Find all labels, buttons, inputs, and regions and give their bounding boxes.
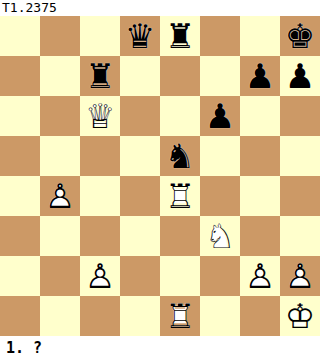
- square-b6[interactable]: [40, 96, 80, 136]
- square-a3[interactable]: [0, 216, 40, 256]
- piece-white-rook: ♖: [160, 176, 200, 216]
- white-pawn-fill: ♟: [80, 256, 120, 296]
- square-b2[interactable]: [40, 256, 80, 296]
- square-e6[interactable]: [160, 96, 200, 136]
- square-a8[interactable]: [0, 16, 40, 56]
- piece-black-king: ♚: [280, 16, 320, 56]
- square-e5[interactable]: ♞: [160, 136, 200, 176]
- square-d2[interactable]: [120, 256, 160, 296]
- square-g5[interactable]: [240, 136, 280, 176]
- white-pawn-fill: ♟: [280, 256, 320, 296]
- piece-white-queen: ♕: [80, 96, 120, 136]
- move-prompt: 1. ?: [0, 336, 320, 360]
- white-king-fill: ♚: [280, 296, 320, 336]
- square-d7[interactable]: [120, 56, 160, 96]
- square-h7[interactable]: ♟: [280, 56, 320, 96]
- square-b5[interactable]: [40, 136, 80, 176]
- piece-white-pawn: ♙: [240, 256, 280, 296]
- piece-black-rook: ♜: [160, 16, 200, 56]
- square-h6[interactable]: [280, 96, 320, 136]
- puzzle-id: T1.2375: [0, 0, 320, 16]
- square-g6[interactable]: [240, 96, 280, 136]
- square-c1[interactable]: [80, 296, 120, 336]
- square-e7[interactable]: [160, 56, 200, 96]
- white-pawn-fill: ♟: [40, 176, 80, 216]
- white-rook-fill: ♜: [160, 296, 200, 336]
- square-f3[interactable]: ♞♘: [200, 216, 240, 256]
- square-h5[interactable]: [280, 136, 320, 176]
- piece-black-pawn: ♟: [280, 56, 320, 96]
- piece-white-pawn: ♙: [40, 176, 80, 216]
- square-f8[interactable]: [200, 16, 240, 56]
- square-d8[interactable]: ♛: [120, 16, 160, 56]
- square-e2[interactable]: [160, 256, 200, 296]
- square-g4[interactable]: [240, 176, 280, 216]
- square-c5[interactable]: [80, 136, 120, 176]
- square-d4[interactable]: [120, 176, 160, 216]
- square-c8[interactable]: [80, 16, 120, 56]
- square-g8[interactable]: [240, 16, 280, 56]
- square-g2[interactable]: ♟♙: [240, 256, 280, 296]
- square-a2[interactable]: [0, 256, 40, 296]
- square-e3[interactable]: [160, 216, 200, 256]
- square-c7[interactable]: ♜: [80, 56, 120, 96]
- square-a1[interactable]: [0, 296, 40, 336]
- square-b4[interactable]: ♟♙: [40, 176, 80, 216]
- square-f4[interactable]: [200, 176, 240, 216]
- square-h3[interactable]: [280, 216, 320, 256]
- chess-board: ♛♜♚♜♟♟♛♕♟♞♟♙♜♖♞♘♟♙♟♙♟♙♜♖♚♔: [0, 16, 320, 336]
- square-e1[interactable]: ♜♖: [160, 296, 200, 336]
- square-e4[interactable]: ♜♖: [160, 176, 200, 216]
- square-f6[interactable]: ♟: [200, 96, 240, 136]
- white-rook-fill: ♜: [160, 176, 200, 216]
- square-f1[interactable]: [200, 296, 240, 336]
- piece-black-knight: ♞: [160, 136, 200, 176]
- white-knight-fill: ♞: [200, 216, 240, 256]
- square-e8[interactable]: ♜: [160, 16, 200, 56]
- square-b3[interactable]: [40, 216, 80, 256]
- square-g3[interactable]: [240, 216, 280, 256]
- square-a4[interactable]: [0, 176, 40, 216]
- square-a6[interactable]: [0, 96, 40, 136]
- piece-white-rook: ♖: [160, 296, 200, 336]
- square-c4[interactable]: [80, 176, 120, 216]
- square-b7[interactable]: [40, 56, 80, 96]
- square-h4[interactable]: [280, 176, 320, 216]
- piece-black-pawn: ♟: [240, 56, 280, 96]
- square-h2[interactable]: ♟♙: [280, 256, 320, 296]
- square-d3[interactable]: [120, 216, 160, 256]
- square-c3[interactable]: [80, 216, 120, 256]
- chess-puzzle-app: T1.2375 ♛♜♚♜♟♟♛♕♟♞♟♙♜♖♞♘♟♙♟♙♟♙♜♖♚♔ 1. ?: [0, 0, 320, 360]
- white-pawn-fill: ♟: [240, 256, 280, 296]
- piece-white-king: ♔: [280, 296, 320, 336]
- white-queen-fill: ♛: [80, 96, 120, 136]
- piece-black-rook: ♜: [80, 56, 120, 96]
- square-b8[interactable]: [40, 16, 80, 56]
- piece-white-pawn: ♙: [80, 256, 120, 296]
- piece-black-queen: ♛: [120, 16, 160, 56]
- square-f7[interactable]: [200, 56, 240, 96]
- square-a5[interactable]: [0, 136, 40, 176]
- square-f2[interactable]: [200, 256, 240, 296]
- piece-black-pawn: ♟: [200, 96, 240, 136]
- piece-white-knight: ♘: [200, 216, 240, 256]
- square-g7[interactable]: ♟: [240, 56, 280, 96]
- square-c6[interactable]: ♛♕: [80, 96, 120, 136]
- piece-white-pawn: ♙: [280, 256, 320, 296]
- square-h1[interactable]: ♚♔: [280, 296, 320, 336]
- square-d6[interactable]: [120, 96, 160, 136]
- square-d1[interactable]: [120, 296, 160, 336]
- square-d5[interactable]: [120, 136, 160, 176]
- square-b1[interactable]: [40, 296, 80, 336]
- square-f5[interactable]: [200, 136, 240, 176]
- square-h8[interactable]: ♚: [280, 16, 320, 56]
- square-g1[interactable]: [240, 296, 280, 336]
- square-c2[interactable]: ♟♙: [80, 256, 120, 296]
- square-a7[interactable]: [0, 56, 40, 96]
